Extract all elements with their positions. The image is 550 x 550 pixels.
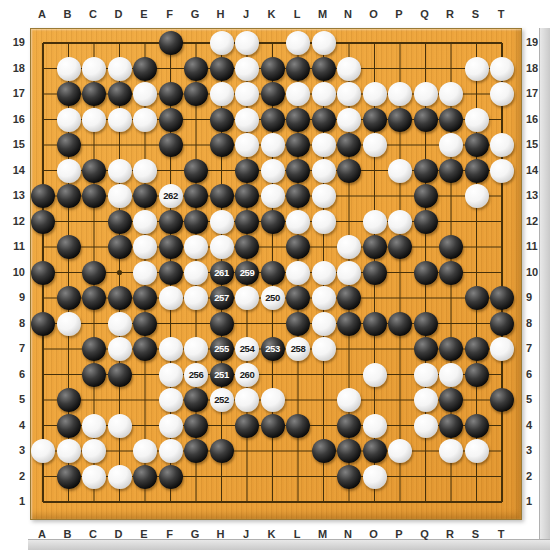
black-stone-h9[interactable]: 257 — [210, 286, 234, 310]
black-stone-s9[interactable] — [465, 286, 489, 310]
black-stone-b17[interactable] — [57, 82, 81, 106]
white-stone-j7[interactable]: 254 — [235, 337, 259, 361]
white-stone-n18[interactable] — [337, 57, 361, 81]
row-label-left-1: 1 — [3, 493, 25, 509]
black-stone-c13[interactable] — [82, 184, 106, 208]
black-stone-s14[interactable] — [465, 159, 489, 183]
white-stone-e3[interactable] — [133, 439, 157, 463]
white-stone-d2[interactable] — [108, 465, 132, 489]
white-stone-e12[interactable] — [133, 210, 157, 234]
black-stone-r11[interactable] — [439, 235, 463, 259]
black-stone-q14[interactable] — [414, 159, 438, 183]
row-label-right-1: 1 — [526, 493, 548, 509]
black-stone-b4[interactable] — [57, 414, 81, 438]
row-label-left-11: 11 — [3, 238, 25, 254]
white-stone-p14[interactable] — [388, 159, 412, 183]
black-stone-h7[interactable]: 255 — [210, 337, 234, 361]
white-stone-k14[interactable] — [261, 159, 285, 183]
black-stone-b13[interactable] — [57, 184, 81, 208]
white-stone-d14[interactable] — [108, 159, 132, 183]
white-stone-m15[interactable] — [312, 133, 336, 157]
black-stone-d6[interactable] — [108, 363, 132, 387]
white-stone-m19[interactable] — [312, 31, 336, 55]
row-label-left-19: 19 — [3, 34, 25, 50]
black-stone-m18[interactable] — [312, 57, 336, 81]
black-stone-c9[interactable] — [82, 286, 106, 310]
white-stone-b14[interactable] — [57, 159, 81, 183]
row-label-right-11: 11 — [526, 238, 548, 254]
white-stone-b3[interactable] — [57, 439, 81, 463]
row-label-right-17: 17 — [526, 85, 548, 101]
col-label-bottom-q: Q — [415, 526, 435, 542]
col-label-top-m: M — [313, 6, 333, 22]
black-stone-n8[interactable] — [337, 312, 361, 336]
black-stone-g14[interactable] — [184, 159, 208, 183]
black-stone-j12[interactable] — [235, 210, 259, 234]
black-stone-r14[interactable] — [439, 159, 463, 183]
move-number-label: 259 — [240, 268, 254, 278]
white-stone-c16[interactable] — [82, 108, 106, 132]
row-label-left-10: 10 — [3, 264, 25, 280]
white-stone-e11[interactable] — [133, 235, 157, 259]
black-stone-l9[interactable] — [286, 286, 310, 310]
white-stone-l7[interactable]: 258 — [286, 337, 310, 361]
col-label-bottom-j: J — [236, 526, 256, 542]
white-stone-j16[interactable] — [235, 108, 259, 132]
black-stone-n14[interactable] — [337, 159, 361, 183]
black-stone-j10[interactable]: 259 — [235, 261, 259, 285]
move-number-label: 260 — [240, 370, 254, 380]
col-label-bottom-e: E — [134, 526, 154, 542]
white-stone-n17[interactable] — [337, 82, 361, 106]
goban: 262261259257250255254253258256251260252 — [30, 28, 522, 520]
white-stone-j9[interactable] — [235, 286, 259, 310]
white-stone-m17[interactable] — [312, 82, 336, 106]
black-stone-b5[interactable] — [57, 388, 81, 412]
col-label-top-q: Q — [415, 6, 435, 22]
col-label-top-n: N — [338, 6, 358, 22]
black-stone-j11[interactable] — [235, 235, 259, 259]
black-stone-g5[interactable] — [184, 388, 208, 412]
black-stone-q12[interactable] — [414, 210, 438, 234]
white-stone-n5[interactable] — [337, 388, 361, 412]
white-stone-p3[interactable] — [388, 439, 412, 463]
row-label-left-8: 8 — [3, 315, 25, 331]
black-stone-f2[interactable] — [159, 465, 183, 489]
white-stone-m9[interactable] — [312, 286, 336, 310]
col-label-top-h: H — [211, 6, 231, 22]
move-number-label: 257 — [214, 293, 228, 303]
black-stone-r7[interactable] — [439, 337, 463, 361]
row-label-right-16: 16 — [526, 111, 548, 127]
row-label-right-10: 10 — [526, 264, 548, 280]
white-stone-d13[interactable] — [108, 184, 132, 208]
black-stone-n2[interactable] — [337, 465, 361, 489]
black-stone-l8[interactable] — [286, 312, 310, 336]
white-stone-e16[interactable] — [133, 108, 157, 132]
black-stone-l11[interactable] — [286, 235, 310, 259]
black-stone-k10[interactable] — [261, 261, 285, 285]
black-stone-n4[interactable] — [337, 414, 361, 438]
black-stone-h6[interactable]: 251 — [210, 363, 234, 387]
black-stone-q10[interactable] — [414, 261, 438, 285]
black-stone-e2[interactable] — [133, 465, 157, 489]
col-label-top-j: J — [236, 6, 256, 22]
white-stone-c2[interactable] — [82, 465, 106, 489]
white-stone-g6[interactable]: 256 — [184, 363, 208, 387]
col-label-top-d: D — [109, 6, 129, 22]
black-stone-k12[interactable] — [261, 210, 285, 234]
col-label-bottom-f: F — [160, 526, 180, 542]
black-stone-b11[interactable] — [57, 235, 81, 259]
row-label-right-14: 14 — [526, 162, 548, 178]
black-stone-k16[interactable] — [261, 108, 285, 132]
white-stone-d16[interactable] — [108, 108, 132, 132]
white-stone-d8[interactable] — [108, 312, 132, 336]
black-stone-j14[interactable] — [235, 159, 259, 183]
black-stone-h8[interactable] — [210, 312, 234, 336]
black-stone-f11[interactable] — [159, 235, 183, 259]
black-stone-g3[interactable] — [184, 439, 208, 463]
row-label-left-14: 14 — [3, 162, 25, 178]
white-stone-f7[interactable] — [159, 337, 183, 361]
col-label-top-e: E — [134, 6, 154, 22]
white-stone-d7[interactable] — [108, 337, 132, 361]
white-stone-c3[interactable] — [82, 439, 106, 463]
white-stone-d4[interactable] — [108, 414, 132, 438]
white-stone-e17[interactable] — [133, 82, 157, 106]
col-label-bottom-g: G — [185, 526, 205, 542]
row-label-left-2: 2 — [3, 468, 25, 484]
row-label-left-3: 3 — [3, 442, 25, 458]
white-stone-o17[interactable] — [363, 82, 387, 106]
black-stone-d9[interactable] — [108, 286, 132, 310]
black-stone-n15[interactable] — [337, 133, 361, 157]
white-stone-p17[interactable] — [388, 82, 412, 106]
row-label-right-9: 9 — [526, 289, 548, 305]
black-stone-k7[interactable]: 253 — [261, 337, 285, 361]
white-stone-s3[interactable] — [465, 439, 489, 463]
black-stone-o16[interactable] — [363, 108, 387, 132]
white-stone-m14[interactable] — [312, 159, 336, 183]
white-stone-m7[interactable] — [312, 337, 336, 361]
black-stone-o8[interactable] — [363, 312, 387, 336]
row-label-right-8: 8 — [526, 315, 548, 331]
white-stone-h17[interactable] — [210, 82, 234, 106]
black-stone-m3[interactable] — [312, 439, 336, 463]
white-stone-j6[interactable]: 260 — [235, 363, 259, 387]
col-label-bottom-t: T — [491, 526, 511, 542]
white-stone-e14[interactable] — [133, 159, 157, 183]
row-label-right-5: 5 — [526, 391, 548, 407]
white-stone-m13[interactable] — [312, 184, 336, 208]
white-stone-o2[interactable] — [363, 465, 387, 489]
row-label-right-15: 15 — [526, 136, 548, 152]
white-stone-l12[interactable] — [286, 210, 310, 234]
white-stone-l19[interactable] — [286, 31, 310, 55]
col-label-bottom-m: M — [313, 526, 333, 542]
col-label-top-o: O — [364, 6, 384, 22]
white-stone-t15[interactable] — [490, 133, 514, 157]
black-stone-n9[interactable] — [337, 286, 361, 310]
black-stone-b2[interactable] — [57, 465, 81, 489]
white-stone-h5[interactable]: 252 — [210, 388, 234, 412]
white-stone-b16[interactable] — [57, 108, 81, 132]
black-stone-g4[interactable] — [184, 414, 208, 438]
col-label-bottom-a: A — [32, 526, 52, 542]
black-stone-g13[interactable] — [184, 184, 208, 208]
black-stone-r10[interactable] — [439, 261, 463, 285]
black-stone-f19[interactable] — [159, 31, 183, 55]
white-stone-e10[interactable] — [133, 261, 157, 285]
black-stone-e7[interactable] — [133, 337, 157, 361]
black-stone-p8[interactable] — [388, 312, 412, 336]
black-stone-q13[interactable] — [414, 184, 438, 208]
black-stone-h3[interactable] — [210, 439, 234, 463]
white-stone-k5[interactable] — [261, 388, 285, 412]
white-stone-h11[interactable] — [210, 235, 234, 259]
col-label-bottom-b: B — [58, 526, 78, 542]
white-stone-p12[interactable] — [388, 210, 412, 234]
black-stone-l18[interactable] — [286, 57, 310, 81]
col-label-top-c: C — [83, 6, 103, 22]
white-stone-g9[interactable] — [184, 286, 208, 310]
white-stone-t17[interactable] — [490, 82, 514, 106]
col-label-bottom-d: D — [109, 526, 129, 542]
black-stone-l15[interactable] — [286, 133, 310, 157]
black-stone-p11[interactable] — [388, 235, 412, 259]
black-stone-a8[interactable] — [31, 312, 55, 336]
white-stone-f3[interactable] — [159, 439, 183, 463]
black-stone-g12[interactable] — [184, 210, 208, 234]
row-label-right-4: 4 — [526, 417, 548, 433]
white-stone-f13[interactable]: 262 — [159, 184, 183, 208]
black-stone-f12[interactable] — [159, 210, 183, 234]
white-stone-n16[interactable] — [337, 108, 361, 132]
black-stone-l14[interactable] — [286, 159, 310, 183]
move-number-label: 255 — [214, 344, 228, 354]
white-stone-h19[interactable] — [210, 31, 234, 55]
black-stone-g17[interactable] — [184, 82, 208, 106]
row-label-right-2: 2 — [526, 468, 548, 484]
white-stone-j19[interactable] — [235, 31, 259, 55]
move-number-label: 258 — [291, 344, 305, 354]
col-label-top-f: F — [160, 6, 180, 22]
white-stone-c18[interactable] — [82, 57, 106, 81]
black-stone-f10[interactable] — [159, 261, 183, 285]
white-stone-s18[interactable] — [465, 57, 489, 81]
black-stone-h15[interactable] — [210, 133, 234, 157]
black-stone-q7[interactable] — [414, 337, 438, 361]
white-stone-t7[interactable] — [490, 337, 514, 361]
black-stone-k17[interactable] — [261, 82, 285, 106]
black-stone-s6[interactable] — [465, 363, 489, 387]
black-stone-m16[interactable] — [312, 108, 336, 132]
black-stone-q16[interactable] — [414, 108, 438, 132]
white-stone-g7[interactable] — [184, 337, 208, 361]
col-label-bottom-n: N — [338, 526, 358, 542]
black-stone-h13[interactable] — [210, 184, 234, 208]
black-stone-f17[interactable] — [159, 82, 183, 106]
row-label-left-17: 17 — [3, 85, 25, 101]
white-stone-b18[interactable] — [57, 57, 81, 81]
white-stone-t14[interactable] — [490, 159, 514, 183]
white-stone-t18[interactable] — [490, 57, 514, 81]
black-stone-a12[interactable] — [31, 210, 55, 234]
col-label-bottom-o: O — [364, 526, 384, 542]
white-stone-m10[interactable] — [312, 261, 336, 285]
black-stone-t8[interactable] — [490, 312, 514, 336]
white-stone-f4[interactable] — [159, 414, 183, 438]
white-stone-j5[interactable] — [235, 388, 259, 412]
white-stone-r15[interactable] — [439, 133, 463, 157]
black-stone-e9[interactable] — [133, 286, 157, 310]
white-stone-o12[interactable] — [363, 210, 387, 234]
col-label-bottom-r: R — [440, 526, 460, 542]
white-stone-f9[interactable] — [159, 286, 183, 310]
black-stone-q8[interactable] — [414, 312, 438, 336]
black-stone-d11[interactable] — [108, 235, 132, 259]
white-stone-j18[interactable] — [235, 57, 259, 81]
white-stone-q17[interactable] — [414, 82, 438, 106]
white-stone-n11[interactable] — [337, 235, 361, 259]
black-stone-f16[interactable] — [159, 108, 183, 132]
white-stone-a3[interactable] — [31, 439, 55, 463]
col-label-top-r: R — [440, 6, 460, 22]
black-stone-h18[interactable] — [210, 57, 234, 81]
white-stone-j15[interactable] — [235, 133, 259, 157]
white-stone-o6[interactable] — [363, 363, 387, 387]
white-stone-q4[interactable] — [414, 414, 438, 438]
black-stone-e13[interactable] — [133, 184, 157, 208]
white-stone-l17[interactable] — [286, 82, 310, 106]
white-stone-r6[interactable] — [439, 363, 463, 387]
col-label-top-p: P — [389, 6, 409, 22]
white-stone-c4[interactable] — [82, 414, 106, 438]
black-stone-b9[interactable] — [57, 286, 81, 310]
black-stone-d17[interactable] — [108, 82, 132, 106]
move-number-label: 254 — [240, 344, 254, 354]
white-stone-n10[interactable] — [337, 261, 361, 285]
black-stone-c17[interactable] — [82, 82, 106, 106]
col-label-bottom-c: C — [83, 526, 103, 542]
white-stone-m8[interactable] — [312, 312, 336, 336]
move-number-label: 256 — [189, 370, 203, 380]
black-stone-o11[interactable] — [363, 235, 387, 259]
white-stone-s13[interactable] — [465, 184, 489, 208]
black-stone-h10[interactable]: 261 — [210, 261, 234, 285]
row-label-right-19: 19 — [526, 34, 548, 50]
col-label-top-s: S — [466, 6, 486, 22]
col-label-top-b: B — [58, 6, 78, 22]
black-stone-e18[interactable] — [133, 57, 157, 81]
white-stone-k9[interactable]: 250 — [261, 286, 285, 310]
black-stone-c6[interactable] — [82, 363, 106, 387]
black-stone-j13[interactable] — [235, 184, 259, 208]
white-stone-r17[interactable] — [439, 82, 463, 106]
black-stone-g18[interactable] — [184, 57, 208, 81]
black-stone-o3[interactable] — [363, 439, 387, 463]
move-number-label: 252 — [214, 395, 228, 405]
black-stone-k4[interactable] — [261, 414, 285, 438]
row-label-left-5: 5 — [3, 391, 25, 407]
move-number-label: 253 — [265, 344, 279, 354]
black-stone-n3[interactable] — [337, 439, 361, 463]
row-label-left-18: 18 — [3, 60, 25, 76]
white-stone-f5[interactable] — [159, 388, 183, 412]
white-stone-k13[interactable] — [261, 184, 285, 208]
white-stone-r3[interactable] — [439, 439, 463, 463]
black-stone-r4[interactable] — [439, 414, 463, 438]
row-label-right-12: 12 — [526, 213, 548, 229]
white-stone-l10[interactable] — [286, 261, 310, 285]
row-label-right-13: 13 — [526, 187, 548, 203]
black-stone-f15[interactable] — [159, 133, 183, 157]
black-stone-t9[interactable] — [490, 286, 514, 310]
row-label-right-6: 6 — [526, 366, 548, 382]
black-stone-s7[interactable] — [465, 337, 489, 361]
black-stone-r16[interactable] — [439, 108, 463, 132]
white-stone-j17[interactable] — [235, 82, 259, 106]
black-stone-o10[interactable] — [363, 261, 387, 285]
black-stone-d12[interactable] — [108, 210, 132, 234]
row-label-left-15: 15 — [3, 136, 25, 152]
black-stone-c14[interactable] — [82, 159, 106, 183]
black-stone-s15[interactable] — [465, 133, 489, 157]
white-stone-q5[interactable] — [414, 388, 438, 412]
row-label-left-4: 4 — [3, 417, 25, 433]
black-stone-a13[interactable] — [31, 184, 55, 208]
white-stone-k15[interactable] — [261, 133, 285, 157]
black-stone-p16[interactable] — [388, 108, 412, 132]
black-stone-l13[interactable] — [286, 184, 310, 208]
row-label-left-16: 16 — [3, 111, 25, 127]
white-stone-g11[interactable] — [184, 235, 208, 259]
black-stone-s4[interactable] — [465, 414, 489, 438]
black-stone-l16[interactable] — [286, 108, 310, 132]
black-stone-j4[interactable] — [235, 414, 259, 438]
col-label-bottom-l: L — [287, 526, 307, 542]
white-stone-f6[interactable] — [159, 363, 183, 387]
row-label-left-9: 9 — [3, 289, 25, 305]
move-number-label: 250 — [265, 293, 279, 303]
col-label-bottom-p: P — [389, 526, 409, 542]
white-stone-b8[interactable] — [57, 312, 81, 336]
row-label-left-13: 13 — [3, 187, 25, 203]
white-stone-g10[interactable] — [184, 261, 208, 285]
black-stone-r5[interactable] — [439, 388, 463, 412]
white-stone-d18[interactable] — [108, 57, 132, 81]
white-stone-o15[interactable] — [363, 133, 387, 157]
black-stone-b15[interactable] — [57, 133, 81, 157]
col-label-top-a: A — [32, 6, 52, 22]
white-stone-o4[interactable] — [363, 414, 387, 438]
white-stone-m12[interactable] — [312, 210, 336, 234]
col-label-bottom-s: S — [466, 526, 486, 542]
white-stone-s16[interactable] — [465, 108, 489, 132]
black-stone-l4[interactable] — [286, 414, 310, 438]
black-stone-a10[interactable] — [31, 261, 55, 285]
white-stone-h12[interactable] — [210, 210, 234, 234]
black-stone-k18[interactable] — [261, 57, 285, 81]
row-label-left-7: 7 — [3, 340, 25, 356]
black-stone-h16[interactable] — [210, 108, 234, 132]
black-stone-c7[interactable] — [82, 337, 106, 361]
white-stone-q6[interactable] — [414, 363, 438, 387]
black-stone-t5[interactable] — [490, 388, 514, 412]
black-stone-e8[interactable] — [133, 312, 157, 336]
black-stone-c10[interactable] — [82, 261, 106, 285]
